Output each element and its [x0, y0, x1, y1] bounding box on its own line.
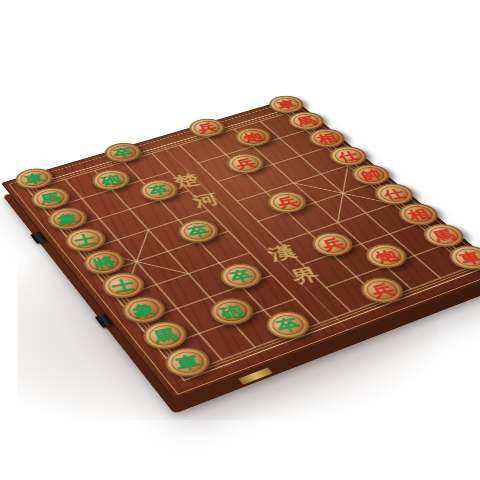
piece-character: 馬: [39, 191, 62, 205]
piece-character: 象: [130, 301, 157, 318]
piece-character: 仕: [381, 187, 407, 201]
piece-character: 帥: [358, 168, 383, 181]
piece-character: 兵: [368, 282, 396, 299]
piece-character: 馬: [430, 228, 457, 243]
piece-character: 車: [23, 172, 46, 185]
piece-character: 仕: [336, 150, 361, 163]
piece-character: 兵: [233, 157, 257, 170]
piece-character: 砲: [218, 303, 246, 320]
piece-character: 相: [405, 207, 432, 221]
piece-red-soldier[interactable]: 兵: [354, 273, 411, 307]
piece-red-soldier[interactable]: 兵: [261, 188, 313, 217]
piece-character: 兵: [319, 237, 346, 252]
piece-green-soldier[interactable]: 卒: [172, 216, 225, 247]
piece-character: 炮: [373, 248, 400, 264]
piece-character: 將: [91, 254, 116, 270]
piece-character: 象: [56, 211, 80, 225]
piece-character: 車: [456, 250, 480, 266]
piece-character: 馬: [295, 115, 318, 127]
piece-green-cannon[interactable]: 砲: [203, 294, 260, 330]
piece-green-soldier[interactable]: 卒: [99, 140, 147, 166]
piece-green-soldier[interactable]: 卒: [134, 176, 184, 204]
piece-character: 兵: [274, 195, 299, 209]
piece-character: 卒: [228, 268, 255, 284]
piece-green-soldier[interactable]: 卒: [259, 307, 317, 344]
piece-character: 卒: [112, 146, 135, 159]
piece-green-soldier[interactable]: 卒: [214, 259, 269, 292]
piece-character: 砲: [100, 173, 123, 186]
piece-green-cannon[interactable]: 砲: [87, 166, 136, 193]
piece-character: 卒: [186, 224, 211, 239]
piece-character: 車: [275, 99, 298, 110]
piece-character: 炮: [241, 131, 264, 143]
piece-character: 卒: [147, 183, 171, 197]
piece-character: 卒: [274, 316, 303, 334]
piece-character: 兵: [196, 122, 219, 134]
piece-character: 士: [110, 277, 136, 294]
piece-character: 馬: [151, 326, 179, 344]
piece-red-soldier[interactable]: 兵: [221, 150, 270, 176]
product-photo-scene: 楚河漢界 車兵卒車馬炮砲馬相兵卒象仕士帥兵卒將仕士相兵卒象馬炮砲馬車兵卒車: [0, 0, 480, 480]
piece-red-cannon[interactable]: 炮: [229, 125, 277, 150]
piece-red-cannon[interactable]: 炮: [359, 240, 415, 272]
piece-character: 車: [173, 353, 202, 372]
piece-character: 士: [73, 232, 98, 247]
piece-red-soldier[interactable]: 兵: [183, 116, 230, 140]
piece-character: 相: [315, 132, 339, 144]
piece-red-soldier[interactable]: 兵: [305, 229, 359, 260]
